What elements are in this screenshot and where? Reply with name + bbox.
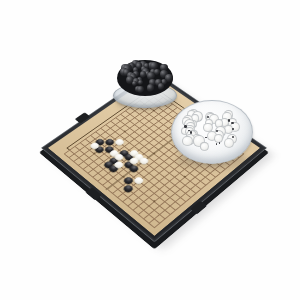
bowl-stone-black — [138, 80, 143, 85]
bowl-stone-white — [224, 138, 234, 148]
go-stone-white — [114, 153, 124, 161]
go-stone-white — [139, 157, 149, 165]
bowl-stone-white — [182, 136, 193, 147]
go-stone-black — [123, 176, 134, 184]
go-stone-black — [124, 153, 134, 161]
go-stone-white — [114, 161, 124, 169]
star-point — [183, 175, 187, 178]
white-stones-bowl — [171, 98, 251, 165]
go-stone-black — [119, 150, 129, 158]
go-stone-black — [129, 165, 139, 173]
go-stone-white — [129, 150, 139, 158]
scene — [0, 0, 300, 300]
stone-speck — [232, 128, 234, 130]
stone-speck — [184, 125, 186, 127]
stone-speck — [219, 142, 221, 144]
stone-speck — [190, 131, 193, 134]
product-photo-go-set — [0, 0, 300, 300]
black-stones-bowl — [112, 56, 178, 108]
go-stone-white — [109, 150, 119, 158]
star-point — [92, 152, 96, 155]
star-point — [152, 152, 156, 155]
stone-speck — [231, 122, 233, 124]
stone-speck — [228, 119, 230, 121]
go-stone-black — [124, 161, 134, 169]
go-stone-white — [134, 153, 144, 161]
stone-speck — [216, 130, 218, 132]
go-stone-white — [133, 176, 144, 184]
go-stone-white — [129, 157, 139, 165]
bowl-stone-black — [154, 69, 160, 75]
